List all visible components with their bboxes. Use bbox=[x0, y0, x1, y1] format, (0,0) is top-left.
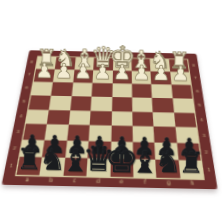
square-e4[interactable] bbox=[111, 111, 132, 126]
square-h4[interactable] bbox=[174, 112, 197, 128]
square-a5[interactable] bbox=[29, 95, 52, 110]
piece-white-pawn[interactable]: ♟ bbox=[93, 62, 112, 83]
piece-black-rook[interactable]: ♜ bbox=[178, 149, 205, 179]
board-shadow: abcdefgh 8877665544332211 bbox=[0, 0, 222, 222]
rank-label-left-7: 7 bbox=[27, 73, 30, 76]
piece-white-pawn[interactable]: ♟ bbox=[74, 62, 93, 83]
square-b4[interactable] bbox=[47, 110, 70, 125]
photo-canvas: abcdefgh 8877665544332211 ♜♞♝♛♚♝♞♜♟♟♟♟♟♟… bbox=[0, 0, 222, 222]
file-label-b: b bbox=[49, 177, 53, 183]
piece-white-pawn[interactable]: ♟ bbox=[54, 61, 73, 82]
piece-white-pawn[interactable]: ♟ bbox=[35, 61, 54, 82]
file-label-h: h bbox=[190, 180, 194, 186]
square-b6[interactable] bbox=[51, 82, 73, 96]
square-f5[interactable] bbox=[132, 97, 153, 112]
square-d4[interactable] bbox=[90, 110, 112, 125]
square-h5[interactable] bbox=[172, 98, 194, 113]
square-f6[interactable] bbox=[132, 84, 152, 98]
square-g6[interactable] bbox=[151, 84, 172, 98]
square-e5[interactable] bbox=[111, 97, 132, 112]
rank-label-left-8: 8 bbox=[30, 61, 33, 64]
square-a6[interactable] bbox=[31, 82, 53, 96]
square-g4[interactable] bbox=[153, 112, 175, 128]
rank-label-left-6: 6 bbox=[25, 86, 28, 90]
piece-white-pawn[interactable]: ♟ bbox=[132, 63, 151, 84]
rank-label-left-4: 4 bbox=[19, 114, 23, 118]
rank-label-right-1: 1 bbox=[207, 167, 211, 172]
rank-label-right-5: 5 bbox=[198, 104, 201, 108]
file-label-c: c bbox=[73, 178, 77, 184]
rank-label-right-2: 2 bbox=[204, 150, 208, 155]
rank-label-left-3: 3 bbox=[16, 130, 20, 134]
rank-label-left-1: 1 bbox=[9, 163, 13, 168]
square-a4[interactable] bbox=[26, 109, 49, 124]
piece-white-pawn[interactable]: ♟ bbox=[113, 63, 132, 84]
piece-white-pawn[interactable]: ♟ bbox=[152, 63, 171, 84]
square-g5[interactable] bbox=[152, 97, 174, 112]
square-h6[interactable] bbox=[171, 84, 192, 98]
square-d5[interactable] bbox=[91, 96, 112, 111]
square-e6[interactable] bbox=[112, 83, 132, 97]
square-c4[interactable] bbox=[68, 110, 90, 125]
square-c5[interactable] bbox=[70, 96, 92, 111]
file-label-a: a bbox=[25, 177, 29, 183]
file-label-f: f bbox=[144, 179, 146, 185]
rank-label-right-3: 3 bbox=[202, 134, 206, 138]
file-label-g: g bbox=[167, 180, 171, 186]
rank-label-right-6: 6 bbox=[196, 90, 199, 94]
piece-white-pawn[interactable]: ♟ bbox=[171, 64, 190, 85]
rank-label-right-4: 4 bbox=[200, 118, 204, 122]
board-scene: abcdefgh 8877665544332211 ♜♞♝♛♚♝♞♜♟♟♟♟♟♟… bbox=[0, 0, 222, 222]
square-b5[interactable] bbox=[49, 95, 71, 110]
rank-label-right-7: 7 bbox=[194, 77, 197, 81]
square-d6[interactable] bbox=[92, 83, 112, 97]
square-c6[interactable] bbox=[72, 82, 93, 96]
square-f4[interactable] bbox=[132, 111, 154, 127]
rank-label-left-5: 5 bbox=[22, 100, 26, 104]
rank-label-right-8: 8 bbox=[192, 64, 195, 67]
